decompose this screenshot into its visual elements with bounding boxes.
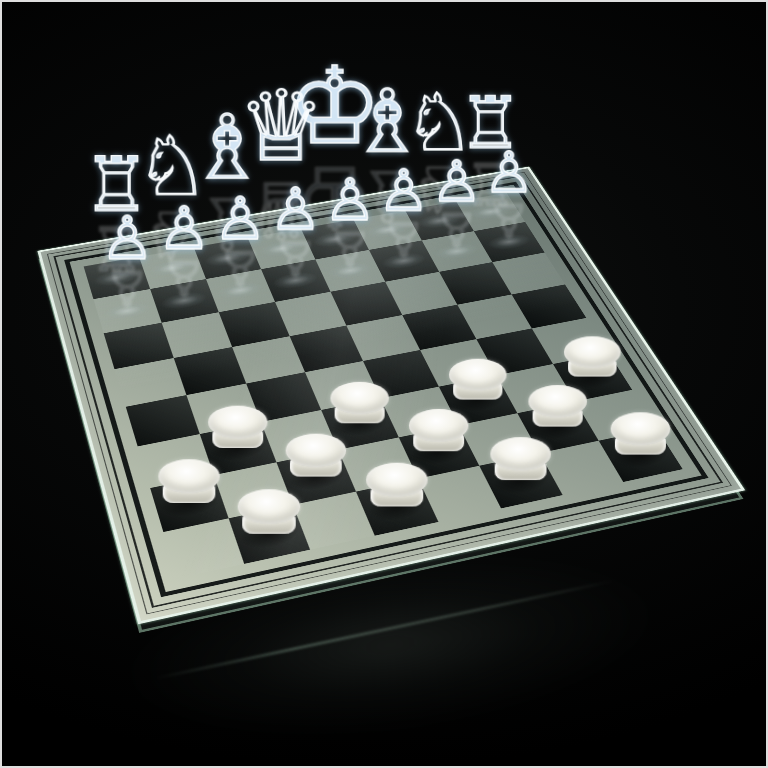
glass-chessboard: ♖♖♘♘♗♗♕♕♔♔♗♗♘♘♖♖♙♙♙♙♙♙♙♙♙♙♙♙♙♙♙♙ [37,167,745,625]
bishop-glyph: ♗ [171,103,283,192]
queen-glyph: ♕ [226,78,337,176]
knight-glyph: ♘ [116,125,228,207]
pawn-glyph: ♙ [454,145,564,202]
rook-glyph: ♖ [437,88,545,160]
knight-glyph: ♘ [385,83,494,163]
king-glyph: ♔ [280,53,390,160]
rook-glyph: ♖ [60,147,173,223]
piece-sprite: ♖♖ [437,88,545,212]
piece-sprite: ♔♔ [280,53,390,239]
perspective-wrapper: ♖♖♘♘♗♗♕♕♔♔♗♗♘♘♖♖♙♙♙♙♙♙♙♙♙♙♙♙♙♙♙♙ [0,0,768,768]
bishop-glyph: ♗ [333,78,442,166]
piece-sprite: ♕♕ [226,78,337,249]
playing-field [84,193,683,579]
product-photo-scene: ♖♖♘♘♗♗♕♕♔♔♗♗♘♘♖♖♙♙♙♙♙♙♙♙♙♙♙♙♙♙♙♙ [0,0,768,768]
